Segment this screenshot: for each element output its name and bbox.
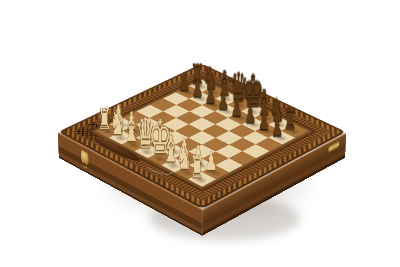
photo-backdrop: ♜♞♝♛♚♝♞♜♟♟♟♟♟♟♟♟♟♟♟♟♟♟♟♟♜♞♝♛♚♝♞♜ bbox=[0, 0, 400, 267]
square-f4[interactable] bbox=[202, 138, 229, 152]
brass-clasp bbox=[81, 149, 89, 165]
brass-hinge bbox=[328, 141, 339, 153]
square-f5[interactable] bbox=[215, 131, 242, 144]
square-g5[interactable] bbox=[229, 138, 256, 152]
